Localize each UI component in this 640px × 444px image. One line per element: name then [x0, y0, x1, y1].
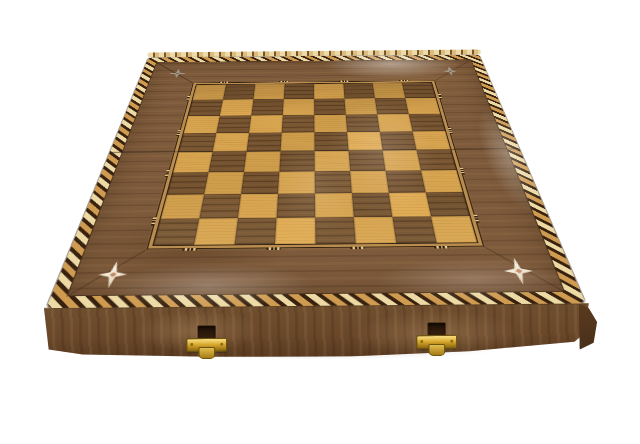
- square-e7[interactable]: [314, 99, 346, 115]
- square-g2[interactable]: [389, 192, 431, 216]
- brass-latch: [416, 322, 456, 356]
- square-d2[interactable]: [277, 193, 316, 217]
- square-h6[interactable]: [409, 114, 445, 132]
- square-g1[interactable]: [392, 216, 436, 243]
- border-inlay-mark: [399, 80, 410, 82]
- square-h1[interactable]: [431, 216, 477, 243]
- border-inlay-mark: [151, 217, 157, 226]
- square-g6[interactable]: [377, 114, 412, 132]
- square-c8[interactable]: [253, 84, 284, 99]
- board-top-face: [46, 55, 585, 308]
- square-b7[interactable]: [220, 99, 254, 115]
- square-e2[interactable]: [315, 193, 354, 217]
- border-inlay-mark: [219, 82, 230, 84]
- square-f2[interactable]: [352, 193, 392, 217]
- square-b8[interactable]: [223, 84, 255, 99]
- square-c4[interactable]: [244, 151, 281, 172]
- square-d1[interactable]: [275, 217, 315, 244]
- square-h4[interactable]: [417, 150, 457, 171]
- latch-hook: [198, 347, 215, 359]
- square-f4[interactable]: [349, 150, 386, 171]
- border-inlay-mark: [434, 246, 449, 249]
- latch-hook: [428, 344, 445, 356]
- square-h5[interactable]: [413, 131, 451, 150]
- product-photo-scene: [0, 0, 640, 444]
- border-inlay-mark: [165, 170, 171, 178]
- square-b5[interactable]: [213, 133, 249, 152]
- square-h3[interactable]: [421, 170, 463, 192]
- square-g5[interactable]: [380, 131, 417, 150]
- square-d7[interactable]: [283, 99, 314, 115]
- square-g3[interactable]: [386, 170, 426, 192]
- square-a1[interactable]: [154, 218, 200, 245]
- chess-box: [0, 0, 640, 444]
- border-inlay-mark: [266, 247, 281, 250]
- square-f1[interactable]: [354, 217, 396, 244]
- border-inlay-mark: [350, 246, 365, 249]
- playing-field-border: [148, 81, 483, 249]
- border-inlay-mark: [339, 80, 349, 82]
- square-b2[interactable]: [199, 194, 241, 218]
- square-d5[interactable]: [281, 132, 315, 151]
- square-a8[interactable]: [193, 85, 226, 100]
- square-f6[interactable]: [346, 114, 380, 132]
- square-e8[interactable]: [314, 83, 345, 98]
- square-g8[interactable]: [373, 83, 406, 98]
- square-g4[interactable]: [383, 150, 421, 171]
- square-e5[interactable]: [314, 132, 348, 151]
- square-e1[interactable]: [315, 217, 356, 244]
- square-d8[interactable]: [284, 84, 314, 99]
- square-d3[interactable]: [278, 171, 315, 193]
- border-inlay-mark: [182, 248, 197, 251]
- square-b4[interactable]: [209, 152, 247, 173]
- square-f5[interactable]: [347, 132, 382, 151]
- square-a4[interactable]: [173, 152, 212, 173]
- border-inlay-mark: [279, 81, 289, 83]
- square-d6[interactable]: [282, 115, 315, 133]
- square-a3[interactable]: [167, 172, 208, 194]
- square-f7[interactable]: [344, 98, 377, 114]
- square-c2[interactable]: [238, 194, 278, 218]
- square-c1[interactable]: [235, 218, 277, 245]
- border-inlay-mark: [176, 130, 181, 136]
- square-c6[interactable]: [249, 115, 283, 133]
- chess-board-grid: [154, 83, 477, 245]
- border-inlay-mark: [186, 96, 191, 101]
- square-c7[interactable]: [251, 99, 283, 115]
- square-d4[interactable]: [279, 151, 314, 172]
- square-b3[interactable]: [204, 172, 244, 194]
- square-a6[interactable]: [184, 116, 220, 134]
- square-a7[interactable]: [188, 100, 223, 116]
- square-e4[interactable]: [315, 151, 351, 172]
- square-a2[interactable]: [161, 194, 204, 218]
- box-right-side: [579, 304, 597, 350]
- square-f3[interactable]: [350, 171, 389, 193]
- square-a5[interactable]: [179, 133, 217, 152]
- square-h2[interactable]: [426, 192, 470, 216]
- square-b1[interactable]: [194, 218, 238, 245]
- square-e6[interactable]: [314, 115, 347, 133]
- square-b6[interactable]: [216, 115, 251, 133]
- square-g7[interactable]: [375, 98, 409, 114]
- square-c3[interactable]: [241, 172, 279, 194]
- square-c5[interactable]: [247, 133, 282, 152]
- brass-latch: [186, 325, 226, 359]
- square-f8[interactable]: [343, 83, 375, 98]
- square-e3[interactable]: [315, 171, 352, 193]
- square-h7[interactable]: [405, 98, 440, 114]
- square-h8[interactable]: [402, 83, 436, 98]
